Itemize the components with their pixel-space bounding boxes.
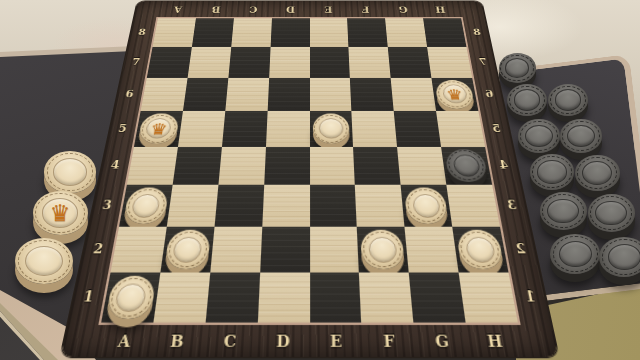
square-F2[interactable] <box>357 227 409 273</box>
square-H3[interactable] <box>447 185 500 227</box>
file-label-top-C: C <box>249 5 258 12</box>
file-labels-top: ABCDEFGH <box>158 1 461 17</box>
rank-label-left-4: 4 <box>110 160 121 171</box>
black-man-h4[interactable] <box>445 149 489 182</box>
file-label-bottom-G: G <box>434 333 449 349</box>
white-man-h2[interactable] <box>456 230 504 269</box>
square-H2[interactable] <box>452 227 508 273</box>
square-C4[interactable] <box>218 147 265 186</box>
crown-icon: ♛ <box>138 113 180 144</box>
square-B3[interactable] <box>167 185 219 227</box>
file-label-top-G: G <box>398 5 408 12</box>
rank-label-right-5: 5 <box>491 123 501 133</box>
square-G6[interactable] <box>391 78 436 111</box>
white-man-f2[interactable] <box>361 230 406 269</box>
square-D2[interactable] <box>260 227 310 273</box>
square-H7[interactable] <box>427 47 472 78</box>
square-G4[interactable] <box>397 147 446 186</box>
square-F1[interactable] <box>359 273 413 323</box>
white-man-g3[interactable] <box>404 188 448 224</box>
square-E1[interactable] <box>310 273 362 323</box>
file-label-bottom-E: E <box>330 333 342 349</box>
white-man-a1[interactable] <box>105 276 156 319</box>
file-label-bottom-A: A <box>117 333 132 349</box>
square-C8[interactable] <box>231 18 272 47</box>
square-D3[interactable] <box>262 185 310 227</box>
square-B5[interactable] <box>178 111 225 147</box>
rank-label-left-7: 7 <box>131 58 140 66</box>
square-F3[interactable] <box>355 185 405 227</box>
white-king-a5[interactable]: ♛ <box>138 113 180 144</box>
rank-label-right-1: 1 <box>524 290 536 304</box>
square-F6[interactable] <box>350 78 394 111</box>
rank-label-left-2: 2 <box>92 243 104 255</box>
square-C6[interactable] <box>225 78 269 111</box>
white-man-e5[interactable] <box>312 113 350 144</box>
square-C1[interactable] <box>205 273 259 323</box>
square-F5[interactable] <box>352 111 398 147</box>
square-C7[interactable] <box>228 47 270 78</box>
rank-label-left-8: 8 <box>138 29 147 37</box>
square-G7[interactable] <box>388 47 432 78</box>
checkers-board: ABCDEFGH ABCDEFGH 87654321 87654321 ♛♛ <box>60 1 558 357</box>
square-G1[interactable] <box>409 273 466 323</box>
square-D4[interactable] <box>264 147 310 186</box>
rank-label-left-1: 1 <box>82 290 94 304</box>
square-G8[interactable] <box>385 18 427 47</box>
square-B1[interactable] <box>153 273 210 323</box>
rank-label-right-3: 3 <box>506 200 517 211</box>
square-A6[interactable] <box>141 78 188 111</box>
square-G5[interactable] <box>394 111 441 147</box>
square-H1[interactable] <box>459 273 518 323</box>
square-H4[interactable] <box>441 147 492 186</box>
square-E4[interactable] <box>310 147 356 186</box>
square-A5[interactable]: ♛ <box>134 111 183 147</box>
white-king-h6[interactable]: ♛ <box>435 80 475 108</box>
square-G3[interactable] <box>401 185 453 227</box>
file-label-top-F: F <box>362 5 370 12</box>
square-E7[interactable] <box>310 47 351 78</box>
square-C5[interactable] <box>222 111 268 147</box>
square-H6[interactable]: ♛ <box>432 78 479 111</box>
file-label-bottom-C: C <box>223 333 237 349</box>
square-D7[interactable] <box>269 47 310 78</box>
file-label-top-H: H <box>435 5 446 12</box>
playing-area: ♛♛ <box>98 17 520 325</box>
square-E5[interactable] <box>310 111 354 147</box>
square-A8[interactable] <box>153 18 196 47</box>
square-B4[interactable] <box>172 147 221 186</box>
square-F7[interactable] <box>349 47 391 78</box>
square-H5[interactable] <box>436 111 485 147</box>
square-A7[interactable] <box>147 47 192 78</box>
crown-icon: ♛ <box>435 80 475 108</box>
file-label-top-B: B <box>211 5 221 12</box>
rank-label-right-8: 8 <box>472 29 481 37</box>
square-F4[interactable] <box>353 147 400 186</box>
file-label-top-D: D <box>286 5 295 12</box>
square-A2[interactable] <box>110 227 166 273</box>
file-label-bottom-D: D <box>276 333 290 349</box>
square-B8[interactable] <box>192 18 234 47</box>
piece-face <box>319 118 344 138</box>
square-E6[interactable] <box>310 78 352 111</box>
rank-label-right-4: 4 <box>499 160 510 171</box>
rank-label-right-7: 7 <box>478 58 487 66</box>
file-labels-bottom: ABCDEFGH <box>95 325 524 357</box>
square-D6[interactable] <box>267 78 309 111</box>
file-label-bottom-H: H <box>486 333 503 349</box>
square-A4[interactable] <box>127 147 178 186</box>
rank-label-right-6: 6 <box>485 89 495 98</box>
board-grid: ♛♛ <box>101 18 518 322</box>
square-B6[interactable] <box>183 78 228 111</box>
game-scene: ♛ ABCDEFGH ABCDEFGH 87654321 87654321 ♛♛ <box>0 0 640 360</box>
file-label-top-A: A <box>174 5 183 12</box>
square-G2[interactable] <box>405 227 459 273</box>
square-F8[interactable] <box>347 18 388 47</box>
square-B7[interactable] <box>187 47 231 78</box>
square-E8[interactable] <box>310 18 349 47</box>
file-label-top-E: E <box>324 5 332 12</box>
square-A1[interactable] <box>101 273 160 323</box>
rank-label-left-3: 3 <box>101 200 112 211</box>
square-D1[interactable] <box>257 273 309 323</box>
square-C2[interactable] <box>210 227 262 273</box>
square-D5[interactable] <box>266 111 310 147</box>
square-B2[interactable] <box>160 227 214 273</box>
rank-label-right-2: 2 <box>515 243 527 255</box>
file-label-bottom-F: F <box>383 333 395 349</box>
board-border: ABCDEFGH ABCDEFGH 87654321 87654321 ♛♛ <box>60 1 558 357</box>
file-label-bottom-B: B <box>170 333 185 349</box>
square-E3[interactable] <box>310 185 358 227</box>
square-E2[interactable] <box>310 227 360 273</box>
rank-label-left-6: 6 <box>125 89 135 98</box>
square-H8[interactable] <box>423 18 466 47</box>
white-man-b2[interactable] <box>164 230 210 269</box>
white-man-a3[interactable] <box>123 188 169 224</box>
square-A3[interactable] <box>119 185 172 227</box>
rank-label-left-5: 5 <box>118 123 128 133</box>
square-D8[interactable] <box>270 18 309 47</box>
square-C3[interactable] <box>214 185 264 227</box>
